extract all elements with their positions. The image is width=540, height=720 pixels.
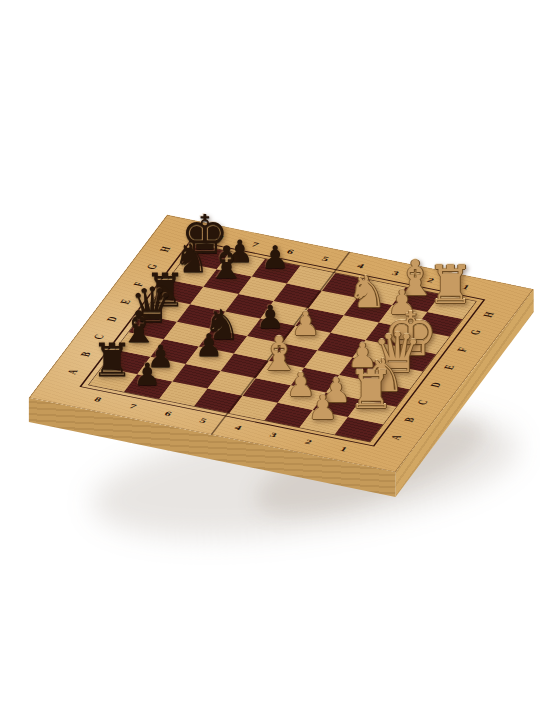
piece-black-b-g7[interactable]: ♝ [207,241,247,286]
piece-black-p-h6[interactable]: ♟ [261,243,289,274]
rank-label-near: 2 [302,438,313,446]
rank-label-near: 8 [92,396,103,404]
rank-label-near: 4 [232,424,243,432]
rank-label-near: 5 [197,417,208,425]
piece-black-p-a7[interactable]: ♟ [133,359,161,390]
piece-white-p-a2[interactable]: ♟ [308,392,338,426]
file-label-far: H [157,246,174,253]
file-label-near: D [428,381,444,388]
file-label-near: E [441,364,457,371]
piece-white-n-g3[interactable]: ♞ [347,270,386,314]
rank-label-near: 6 [162,410,173,418]
piece-white-r-b1[interactable]: ♜ [348,364,395,416]
rank-label-near: 1 [338,445,349,453]
file-label-near: F [455,347,471,353]
rank-label-near: 7 [127,403,138,411]
product-photo-stage: AA11BB22CC33DD44EE55FF66GG77HH88 ♜♝♛♜♞♚♟… [0,0,540,720]
piece-black-r-a8[interactable]: ♜ [91,337,133,383]
file-label-near: A [388,434,404,441]
file-label-near: H [481,311,498,318]
file-label-near: B [402,417,418,424]
file-label-near: G [467,329,484,336]
file-label-far: A [65,368,81,375]
rank-label-near: 3 [267,431,278,439]
file-label-near: C [415,399,431,406]
piece-black-p-c6[interactable]: ♟ [195,330,223,361]
rank-label-far: 5 [319,255,330,263]
